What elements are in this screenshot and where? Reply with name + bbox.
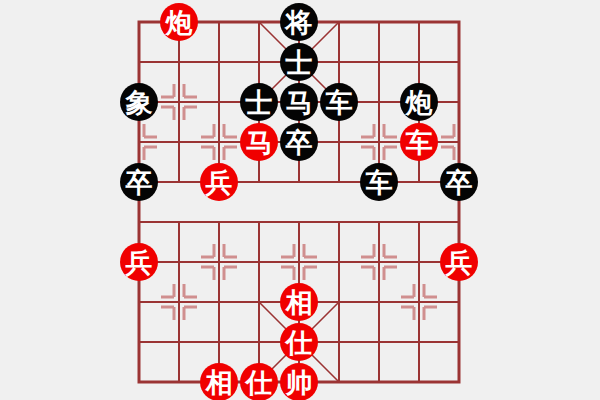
piece-red-horse[interactable]: 马	[240, 123, 278, 161]
piece-black-chariot[interactable]: 车	[320, 83, 358, 121]
piece-red-elephant[interactable]: 相	[280, 283, 318, 321]
piece-black-elephant[interactable]: 象	[120, 83, 158, 121]
piece-red-cannon[interactable]: 炮	[160, 3, 198, 41]
piece-red-elephant[interactable]: 相	[200, 363, 238, 400]
piece-black-advisor[interactable]: 士	[240, 83, 278, 121]
piece-black-cannon[interactable]: 炮	[400, 83, 438, 121]
piece-black-horse[interactable]: 马	[280, 83, 318, 121]
piece-red-chariot[interactable]: 车	[400, 123, 438, 161]
piece-red-advisor[interactable]: 仕	[240, 363, 278, 400]
xiangqi-board: 炮将士象士马车炮马卒车卒兵车卒兵兵相仕相仕帅	[0, 0, 600, 400]
piece-black-chariot[interactable]: 车	[360, 163, 398, 201]
piece-red-soldier[interactable]: 兵	[440, 243, 478, 281]
piece-red-soldier[interactable]: 兵	[200, 163, 238, 201]
piece-black-general[interactable]: 将	[280, 3, 318, 41]
piece-black-soldier[interactable]: 卒	[280, 123, 318, 161]
piece-black-soldier[interactable]: 卒	[440, 163, 478, 201]
piece-red-advisor[interactable]: 仕	[280, 323, 318, 361]
piece-black-advisor[interactable]: 士	[280, 43, 318, 81]
piece-black-soldier[interactable]: 卒	[120, 163, 158, 201]
piece-red-general[interactable]: 帅	[280, 363, 318, 400]
piece-red-soldier[interactable]: 兵	[120, 243, 158, 281]
